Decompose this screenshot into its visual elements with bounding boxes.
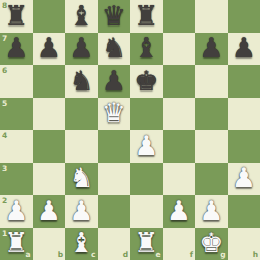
- square-b3[interactable]: [33, 163, 66, 196]
- black-king-e6[interactable]: ♚: [130, 65, 163, 98]
- square-d5[interactable]: ♛: [98, 98, 131, 131]
- rank-label-3: 3: [2, 165, 7, 173]
- square-e6[interactable]: ♚: [130, 65, 163, 98]
- black-bishop-c8[interactable]: ♝: [65, 0, 98, 33]
- square-h7[interactable]: ♟: [228, 33, 261, 66]
- square-f6[interactable]: [163, 65, 196, 98]
- black-pawn-h7[interactable]: ♟: [228, 33, 261, 66]
- black-bishop-e7[interactable]: ♝: [130, 33, 163, 66]
- square-h6[interactable]: [228, 65, 261, 98]
- file-label-d: d: [123, 251, 128, 259]
- black-rook-a8[interactable]: ♜: [0, 0, 33, 33]
- square-e5[interactable]: [130, 98, 163, 131]
- square-e3[interactable]: [130, 163, 163, 196]
- white-pawn-b2[interactable]: ♟: [33, 195, 66, 228]
- square-c2[interactable]: ♟: [65, 195, 98, 228]
- square-c5[interactable]: [65, 98, 98, 131]
- square-g3[interactable]: [195, 163, 228, 196]
- square-a5[interactable]: 5: [0, 98, 33, 131]
- square-g2[interactable]: ♟: [195, 195, 228, 228]
- square-f3[interactable]: [163, 163, 196, 196]
- square-b7[interactable]: ♟: [33, 33, 66, 66]
- square-a8[interactable]: 8♜: [0, 0, 33, 33]
- white-pawn-c2[interactable]: ♟: [65, 195, 98, 228]
- square-b2[interactable]: ♟: [33, 195, 66, 228]
- square-g5[interactable]: [195, 98, 228, 131]
- black-pawn-c7[interactable]: ♟: [65, 33, 98, 66]
- square-e8[interactable]: ♜: [130, 0, 163, 33]
- square-a2[interactable]: 2♟: [0, 195, 33, 228]
- rank-label-6: 6: [2, 67, 7, 75]
- square-d6[interactable]: ♟: [98, 65, 131, 98]
- white-bishop-c1[interactable]: ♝: [65, 228, 98, 260]
- black-pawn-d6[interactable]: ♟: [98, 65, 131, 98]
- square-g4[interactable]: [195, 130, 228, 163]
- square-b5[interactable]: [33, 98, 66, 131]
- white-pawn-f2[interactable]: ♟: [163, 195, 196, 228]
- square-d1[interactable]: d: [98, 228, 131, 260]
- square-d2[interactable]: [98, 195, 131, 228]
- square-b4[interactable]: [33, 130, 66, 163]
- square-e2[interactable]: [130, 195, 163, 228]
- black-pawn-b7[interactable]: ♟: [33, 33, 66, 66]
- square-f7[interactable]: [163, 33, 196, 66]
- square-e7[interactable]: ♝: [130, 33, 163, 66]
- file-label-h: h: [253, 251, 258, 259]
- square-c1[interactable]: c♝: [65, 228, 98, 260]
- white-rook-e1[interactable]: ♜: [130, 228, 163, 260]
- square-h3[interactable]: ♟: [228, 163, 261, 196]
- white-pawn-h3[interactable]: ♟: [228, 163, 261, 196]
- square-b8[interactable]: [33, 0, 66, 33]
- square-c8[interactable]: ♝: [65, 0, 98, 33]
- square-a6[interactable]: 6: [0, 65, 33, 98]
- square-f1[interactable]: f: [163, 228, 196, 260]
- square-e1[interactable]: e♜: [130, 228, 163, 260]
- white-king-g1[interactable]: ♚: [195, 228, 228, 260]
- square-c4[interactable]: [65, 130, 98, 163]
- rank-label-5: 5: [2, 100, 7, 108]
- square-a4[interactable]: 4: [0, 130, 33, 163]
- white-rook-a1[interactable]: ♜: [0, 228, 33, 260]
- square-h2[interactable]: [228, 195, 261, 228]
- black-pawn-g7[interactable]: ♟: [195, 33, 228, 66]
- black-rook-e8[interactable]: ♜: [130, 0, 163, 33]
- black-queen-d8[interactable]: ♛: [98, 0, 131, 33]
- square-h1[interactable]: h: [228, 228, 261, 260]
- white-pawn-e4[interactable]: ♟: [130, 130, 163, 163]
- square-h5[interactable]: [228, 98, 261, 131]
- file-label-b: b: [58, 251, 63, 259]
- square-d4[interactable]: [98, 130, 131, 163]
- square-c3[interactable]: ♞: [65, 163, 98, 196]
- square-c6[interactable]: ♞: [65, 65, 98, 98]
- square-c7[interactable]: ♟: [65, 33, 98, 66]
- square-g1[interactable]: g♚: [195, 228, 228, 260]
- square-f5[interactable]: [163, 98, 196, 131]
- square-f8[interactable]: [163, 0, 196, 33]
- square-e4[interactable]: ♟: [130, 130, 163, 163]
- file-label-f: f: [190, 251, 193, 259]
- square-f4[interactable]: [163, 130, 196, 163]
- square-d7[interactable]: ♞: [98, 33, 131, 66]
- square-g6[interactable]: [195, 65, 228, 98]
- white-pawn-a2[interactable]: ♟: [0, 195, 33, 228]
- square-b6[interactable]: [33, 65, 66, 98]
- square-a3[interactable]: 3: [0, 163, 33, 196]
- square-g7[interactable]: ♟: [195, 33, 228, 66]
- square-d8[interactable]: ♛: [98, 0, 131, 33]
- square-f2[interactable]: ♟: [163, 195, 196, 228]
- chess-board[interactable]: 8♜♝♛♜7♟♟♟♞♝♟♟6♞♟♚5♛4♟3♞♟2♟♟♟♟♟1a♜bc♝de♜f…: [0, 0, 260, 260]
- white-pawn-g2[interactable]: ♟: [195, 195, 228, 228]
- square-d3[interactable]: [98, 163, 131, 196]
- black-knight-d7[interactable]: ♞: [98, 33, 131, 66]
- black-pawn-a7[interactable]: ♟: [0, 33, 33, 66]
- square-a1[interactable]: 1a♜: [0, 228, 33, 260]
- white-queen-d5[interactable]: ♛: [98, 98, 131, 131]
- rank-label-4: 4: [2, 132, 7, 140]
- black-knight-c6[interactable]: ♞: [65, 65, 98, 98]
- white-knight-c3[interactable]: ♞: [65, 163, 98, 196]
- square-a7[interactable]: 7♟: [0, 33, 33, 66]
- square-g8[interactable]: [195, 0, 228, 33]
- square-h8[interactable]: [228, 0, 261, 33]
- square-b1[interactable]: b: [33, 228, 66, 260]
- square-h4[interactable]: [228, 130, 261, 163]
